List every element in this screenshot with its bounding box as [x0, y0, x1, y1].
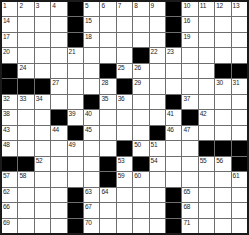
cell-r8c10[interactable] — [150, 110, 165, 124]
cell-r15c12[interactable]: 71 — [182, 219, 197, 233]
cell-r5c11[interactable] — [166, 64, 181, 78]
cell-r7c1[interactable]: 32 — [2, 95, 17, 109]
clue-number-47: 47 — [183, 126, 190, 133]
clue-number-19: 19 — [183, 33, 190, 40]
cell-r2c1[interactable]: 14 — [2, 17, 17, 31]
clue-number-62: 62 — [3, 188, 10, 195]
clue-number-54: 54 — [151, 157, 158, 164]
cell-r15c14[interactable] — [215, 219, 230, 233]
black-square-r5c15 — [232, 64, 247, 78]
cell-r14c7[interactable] — [100, 203, 115, 217]
cell-r11c14[interactable]: 56 — [215, 157, 230, 171]
cell-r12c3[interactable] — [35, 172, 50, 186]
clue-number-24: 24 — [19, 64, 26, 71]
clue-number-42: 42 — [200, 110, 207, 117]
black-square-r10c13 — [199, 141, 214, 155]
clue-number-23: 23 — [167, 48, 174, 55]
cell-r3c12[interactable]: 19 — [182, 33, 197, 47]
cell-r11c10[interactable]: 54 — [150, 157, 165, 171]
cell-r3c10[interactable] — [150, 33, 165, 47]
cell-r4c3[interactable] — [35, 48, 50, 62]
cell-r13c10[interactable] — [150, 188, 165, 202]
cell-r15c1[interactable]: 69 — [2, 219, 17, 233]
clue-number-56: 56 — [216, 157, 223, 164]
cell-r12c14[interactable] — [215, 172, 230, 186]
cell-r11c3[interactable]: 52 — [35, 157, 50, 171]
cell-r5c6[interactable] — [84, 64, 99, 78]
cell-r13c15[interactable] — [232, 188, 247, 202]
cell-r1c2[interactable]: 2 — [18, 2, 33, 16]
cell-r15c2[interactable] — [18, 219, 33, 233]
cell-r6c13[interactable] — [199, 79, 214, 93]
clue-number-12: 12 — [216, 2, 223, 9]
cell-r1c7[interactable]: 6 — [100, 2, 115, 16]
cell-r2c13[interactable] — [199, 17, 214, 31]
cell-r1c4[interactable]: 4 — [51, 2, 66, 16]
cell-r4c7[interactable] — [100, 48, 115, 62]
black-square-r5c1 — [2, 64, 17, 78]
black-square-r13c11 — [166, 188, 181, 202]
black-square-r15c11 — [166, 219, 181, 233]
cell-r8c15[interactable] — [232, 110, 247, 124]
clue-number-6: 6 — [101, 2, 104, 9]
cell-r12c13[interactable] — [199, 172, 214, 186]
cell-r14c4[interactable] — [51, 203, 66, 217]
cell-r8c7[interactable] — [100, 110, 115, 124]
clue-number-50: 50 — [134, 141, 141, 148]
cell-r14c1[interactable]: 66 — [2, 203, 17, 217]
cell-r4c2[interactable] — [18, 48, 33, 62]
cell-r13c3[interactable] — [35, 188, 50, 202]
clue-number-3: 3 — [36, 2, 39, 9]
cell-r5c9[interactable]: 26 — [133, 64, 148, 78]
cell-r14c13[interactable] — [199, 203, 214, 217]
cell-r12c8[interactable]: 59 — [117, 172, 132, 186]
cell-r10c5[interactable]: 49 — [68, 141, 83, 155]
clue-number-36: 36 — [118, 95, 125, 102]
cell-r12c12[interactable] — [182, 172, 197, 186]
black-square-r3c11 — [166, 33, 181, 47]
cell-r5c5[interactable] — [68, 64, 83, 78]
cell-r3c1[interactable]: 17 — [2, 33, 17, 47]
cell-r15c10[interactable] — [150, 219, 165, 233]
black-square-r10c8 — [117, 141, 132, 155]
clue-number-71: 71 — [183, 219, 190, 226]
cell-r9c6[interactable]: 45 — [84, 126, 99, 140]
cell-r8c2[interactable] — [18, 110, 33, 124]
black-square-r11c2 — [18, 157, 33, 171]
clue-number-9: 9 — [151, 2, 154, 9]
cell-r7c9[interactable] — [133, 95, 148, 109]
cell-r7c13[interactable] — [199, 95, 214, 109]
cell-r9c7[interactable] — [100, 126, 115, 140]
clue-number-52: 52 — [36, 157, 43, 164]
cell-r6c5[interactable] — [68, 79, 83, 93]
cell-r6c4[interactable]: 27 — [51, 79, 66, 93]
clue-number-22: 22 — [151, 48, 158, 55]
cell-r15c7[interactable] — [100, 219, 115, 233]
cell-r8c8[interactable] — [117, 110, 132, 124]
cell-r10c4[interactable] — [51, 141, 66, 155]
cell-r7c7[interactable]: 35 — [100, 95, 115, 109]
black-square-r11c9 — [133, 157, 148, 171]
cell-r1c1[interactable]: 1 — [2, 2, 17, 16]
cell-r15c13[interactable] — [199, 219, 214, 233]
cell-r13c2[interactable] — [18, 188, 33, 202]
cell-r5c10[interactable] — [150, 64, 165, 78]
clue-number-4: 4 — [52, 2, 55, 9]
cell-r9c8[interactable] — [117, 126, 132, 140]
clue-number-44: 44 — [52, 126, 59, 133]
clue-number-17: 17 — [3, 33, 10, 40]
black-square-r7c6 — [84, 95, 99, 109]
cell-r3c15[interactable] — [232, 33, 247, 47]
cell-r3c14[interactable] — [215, 33, 230, 47]
clue-number-46: 46 — [167, 126, 174, 133]
cell-r10c9[interactable]: 50 — [133, 141, 148, 155]
cell-r2c4[interactable] — [51, 17, 66, 31]
cell-r6c9[interactable]: 29 — [133, 79, 148, 93]
cell-r15c15[interactable] — [232, 219, 247, 233]
cell-r12c15[interactable]: 61 — [232, 172, 247, 186]
cell-r3c4[interactable] — [51, 33, 66, 47]
black-square-r6c8 — [117, 79, 132, 93]
cell-r8c13[interactable]: 42 — [199, 110, 214, 124]
cell-r13c6[interactable]: 63 — [84, 188, 99, 202]
cell-r13c13[interactable] — [199, 188, 214, 202]
cell-r15c9[interactable] — [133, 219, 148, 233]
clue-number-20: 20 — [3, 48, 10, 55]
cell-r8c6[interactable]: 40 — [84, 110, 99, 124]
clue-number-8: 8 — [134, 2, 137, 9]
clue-number-32: 32 — [3, 95, 10, 102]
crossword-grid: 1234567891011121314151617181920212223242… — [0, 0, 249, 235]
cell-r11c5[interactable] — [68, 157, 83, 171]
black-square-r1c11 — [166, 2, 181, 16]
cell-r2c14[interactable] — [215, 17, 230, 31]
cell-r2c8[interactable] — [117, 17, 132, 31]
cell-r3c6[interactable]: 18 — [84, 33, 99, 47]
black-square-r2c11 — [166, 17, 181, 31]
cell-r4c4[interactable] — [51, 48, 66, 62]
cell-r7c3[interactable]: 34 — [35, 95, 50, 109]
cell-r4c15[interactable] — [232, 48, 247, 62]
cell-r13c14[interactable] — [215, 188, 230, 202]
clue-number-11: 11 — [200, 2, 206, 9]
black-square-r1c5 — [68, 2, 83, 16]
clue-number-26: 26 — [134, 64, 141, 71]
cell-r2c6[interactable]: 15 — [84, 17, 99, 31]
cell-r5c3[interactable] — [35, 64, 50, 78]
black-square-r5c14 — [215, 64, 230, 78]
black-square-r11c1 — [2, 157, 17, 171]
cell-r1c10[interactable]: 9 — [150, 2, 165, 16]
cell-r3c2[interactable] — [18, 33, 33, 47]
cell-r3c13[interactable] — [199, 33, 214, 47]
cell-r15c6[interactable]: 70 — [84, 219, 99, 233]
cell-r12c11[interactable] — [166, 172, 181, 186]
cell-r5c13[interactable] — [199, 64, 214, 78]
cell-r8c9[interactable] — [133, 110, 148, 124]
cell-r9c9[interactable] — [133, 126, 148, 140]
cell-r1c15[interactable]: 13 — [232, 2, 247, 16]
cell-r7c2[interactable]: 33 — [18, 95, 33, 109]
cell-r8c1[interactable]: 38 — [2, 110, 17, 124]
cell-r1c12[interactable]: 10 — [182, 2, 197, 16]
cell-r2c2[interactable] — [18, 17, 33, 31]
clue-number-33: 33 — [19, 95, 26, 102]
cell-r10c3[interactable] — [35, 141, 50, 155]
clue-number-1: 1 — [3, 2, 6, 9]
cell-r2c3[interactable] — [35, 17, 50, 31]
cell-r6c15[interactable]: 31 — [232, 79, 247, 93]
cell-r14c14[interactable] — [215, 203, 230, 217]
cell-r12c9[interactable]: 60 — [133, 172, 148, 186]
cell-r7c8[interactable]: 36 — [117, 95, 132, 109]
cell-r9c12[interactable]: 47 — [182, 126, 197, 140]
clue-number-27: 27 — [52, 79, 59, 86]
cell-r6c11[interactable] — [166, 79, 181, 93]
cell-r12c6[interactable] — [84, 172, 99, 186]
cell-r9c11[interactable]: 46 — [166, 126, 181, 140]
cell-r9c2[interactable] — [18, 126, 33, 140]
cell-r8c3[interactable] — [35, 110, 50, 124]
clue-number-14: 14 — [3, 17, 10, 24]
black-square-r10c15 — [232, 141, 247, 155]
clue-number-21: 21 — [69, 48, 76, 55]
clue-number-35: 35 — [101, 95, 108, 102]
black-square-r2c5 — [68, 17, 83, 31]
cell-r7c5[interactable] — [68, 95, 83, 109]
clue-number-38: 38 — [3, 110, 10, 117]
cell-r11c6[interactable] — [84, 157, 99, 171]
clue-number-68: 68 — [183, 203, 190, 210]
clue-number-64: 64 — [101, 188, 108, 195]
cell-r15c3[interactable] — [35, 219, 50, 233]
cell-r5c12[interactable] — [182, 64, 197, 78]
cell-r12c2[interactable]: 58 — [18, 172, 33, 186]
cell-r12c1[interactable]: 57 — [2, 172, 17, 186]
clue-number-70: 70 — [85, 219, 92, 226]
clue-number-16: 16 — [183, 17, 190, 24]
black-square-r6c1 — [2, 79, 17, 93]
black-square-r13c5 — [68, 188, 83, 202]
cell-r4c11[interactable]: 23 — [166, 48, 181, 62]
cell-r14c10[interactable] — [150, 203, 165, 217]
cell-r14c15[interactable] — [232, 203, 247, 217]
cell-r11c13[interactable]: 55 — [199, 157, 214, 171]
cell-r11c12[interactable] — [182, 157, 197, 171]
cell-r14c12[interactable]: 68 — [182, 203, 197, 217]
black-square-r8c4 — [51, 110, 66, 124]
clue-number-18: 18 — [85, 33, 92, 40]
cell-r11c8[interactable]: 53 — [117, 157, 132, 171]
cell-r15c4[interactable] — [51, 219, 66, 233]
cell-r2c10[interactable] — [150, 17, 165, 31]
black-square-r4c9 — [133, 48, 148, 62]
cell-r10c12[interactable] — [182, 141, 197, 155]
cell-r5c4[interactable] — [51, 64, 66, 78]
cell-r9c3[interactable] — [35, 126, 50, 140]
black-square-r9c10 — [150, 126, 165, 140]
cell-r9c14[interactable] — [215, 126, 230, 140]
cell-r14c9[interactable] — [133, 203, 148, 217]
cell-r4c14[interactable] — [215, 48, 230, 62]
clue-number-67: 67 — [85, 203, 92, 210]
cell-r1c6[interactable]: 5 — [84, 2, 99, 16]
cell-r14c6[interactable]: 67 — [84, 203, 99, 217]
cell-r10c1[interactable]: 48 — [2, 141, 17, 155]
cell-r14c3[interactable] — [35, 203, 50, 217]
cell-r13c8[interactable] — [117, 188, 132, 202]
cell-r6c12[interactable] — [182, 79, 197, 93]
cell-r10c11[interactable] — [166, 141, 181, 155]
clue-number-34: 34 — [36, 95, 43, 102]
cell-r1c14[interactable]: 12 — [215, 2, 230, 16]
black-square-r5c7 — [100, 64, 115, 78]
cell-r4c13[interactable] — [199, 48, 214, 62]
clue-number-65: 65 — [183, 188, 190, 195]
cell-r3c9[interactable] — [133, 33, 148, 47]
cell-r7c15[interactable] — [232, 95, 247, 109]
cell-r8c14[interactable] — [215, 110, 230, 124]
cell-r2c9[interactable] — [133, 17, 148, 31]
black-square-r11c15 — [232, 157, 247, 171]
cell-r4c10[interactable]: 22 — [150, 48, 165, 62]
clue-number-59: 59 — [118, 172, 125, 179]
clue-number-2: 2 — [19, 2, 22, 9]
cell-r13c1[interactable]: 62 — [2, 188, 17, 202]
cell-r4c8[interactable] — [117, 48, 132, 62]
cell-r1c8[interactable]: 7 — [117, 2, 132, 16]
cell-r6c7[interactable]: 28 — [100, 79, 115, 93]
clue-number-63: 63 — [85, 188, 92, 195]
clue-number-13: 13 — [233, 2, 240, 9]
clue-number-25: 25 — [118, 64, 125, 71]
cell-r2c15[interactable] — [232, 17, 247, 31]
cell-r4c1[interactable]: 20 — [2, 48, 17, 62]
cell-r2c12[interactable]: 16 — [182, 17, 197, 31]
cell-r8c11[interactable]: 41 — [166, 110, 181, 124]
clue-number-43: 43 — [3, 126, 10, 133]
clue-number-45: 45 — [85, 126, 92, 133]
cell-r6c6[interactable] — [84, 79, 99, 93]
cell-r7c4[interactable] — [51, 95, 66, 109]
clue-number-40: 40 — [85, 110, 92, 117]
clue-number-39: 39 — [69, 110, 76, 117]
black-square-r15c5 — [68, 219, 83, 233]
cell-r10c10[interactable]: 51 — [150, 141, 165, 155]
cell-r3c8[interactable] — [117, 33, 132, 47]
clue-number-69: 69 — [3, 219, 10, 226]
black-square-r14c11 — [166, 203, 181, 217]
cell-r13c9[interactable] — [133, 188, 148, 202]
clue-number-60: 60 — [134, 172, 141, 179]
clue-number-51: 51 — [151, 141, 158, 148]
cell-r13c12[interactable]: 65 — [182, 188, 197, 202]
cell-r7c10[interactable] — [150, 95, 165, 109]
cell-r12c4[interactable] — [51, 172, 66, 186]
clue-number-5: 5 — [85, 2, 88, 9]
cell-r10c6[interactable] — [84, 141, 99, 155]
cell-r4c6[interactable] — [84, 48, 99, 62]
black-square-r9c5 — [68, 126, 83, 140]
cell-r7c12[interactable]: 37 — [182, 95, 197, 109]
clue-number-53: 53 — [118, 157, 125, 164]
cell-r6c10[interactable] — [150, 79, 165, 93]
cell-r15c8[interactable] — [117, 219, 132, 233]
cell-r1c3[interactable]: 3 — [35, 2, 50, 16]
clue-number-66: 66 — [3, 203, 10, 210]
clue-number-7: 7 — [118, 2, 121, 9]
black-square-r11c7 — [100, 157, 115, 171]
clue-number-10: 10 — [183, 2, 190, 9]
cell-r9c1[interactable]: 43 — [2, 126, 17, 140]
black-square-r3c5 — [68, 33, 83, 47]
cell-r1c9[interactable]: 8 — [133, 2, 148, 16]
cell-r10c2[interactable] — [18, 141, 33, 155]
clue-number-29: 29 — [134, 79, 141, 86]
clue-number-41: 41 — [167, 110, 174, 117]
black-square-r8c12 — [182, 110, 197, 124]
clue-number-28: 28 — [101, 79, 108, 86]
cell-r14c8[interactable] — [117, 203, 132, 217]
clue-number-48: 48 — [3, 141, 10, 148]
cell-r5c2[interactable]: 24 — [18, 64, 33, 78]
cell-r3c7[interactable] — [100, 33, 115, 47]
cell-r2c7[interactable] — [100, 17, 115, 31]
clue-number-58: 58 — [19, 172, 26, 179]
cell-r11c4[interactable] — [51, 157, 66, 171]
black-square-r14c5 — [68, 203, 83, 217]
clue-number-30: 30 — [216, 79, 223, 86]
clue-number-15: 15 — [85, 17, 92, 24]
cell-r1c13[interactable]: 11 — [199, 2, 214, 16]
black-square-r12c7 — [100, 172, 115, 186]
cell-r7c14[interactable] — [215, 95, 230, 109]
cell-r13c4[interactable] — [51, 188, 66, 202]
clue-number-37: 37 — [183, 95, 190, 102]
cell-r9c4[interactable]: 44 — [51, 126, 66, 140]
cell-r12c5[interactable] — [68, 172, 83, 186]
cell-r4c12[interactable] — [182, 48, 197, 62]
cell-r3c3[interactable] — [35, 33, 50, 47]
crossword-board: 1234567891011121314151617181920212223242… — [0, 0, 249, 235]
cell-r14c2[interactable] — [18, 203, 33, 217]
cell-r6c14[interactable]: 30 — [215, 79, 230, 93]
clue-number-57: 57 — [3, 172, 10, 179]
cell-r9c15[interactable] — [232, 126, 247, 140]
clue-number-61: 61 — [233, 172, 240, 179]
black-square-r7c11 — [166, 95, 181, 109]
cell-r4c5[interactable]: 21 — [68, 48, 83, 62]
black-square-r6c3 — [35, 79, 50, 93]
clue-number-55: 55 — [200, 157, 207, 164]
black-square-r6c2 — [18, 79, 33, 93]
cell-r5c8[interactable]: 25 — [117, 64, 132, 78]
clue-number-49: 49 — [69, 141, 76, 148]
cell-r10c7[interactable] — [100, 141, 115, 155]
black-square-r10c14 — [215, 141, 230, 155]
cell-r12c10[interactable] — [150, 172, 165, 186]
clue-number-31: 31 — [233, 79, 240, 86]
cell-r8c5[interactable]: 39 — [68, 110, 83, 124]
cell-r13c7[interactable]: 64 — [100, 188, 115, 202]
cell-r11c11[interactable] — [166, 157, 181, 171]
cell-r9c13[interactable] — [199, 126, 214, 140]
